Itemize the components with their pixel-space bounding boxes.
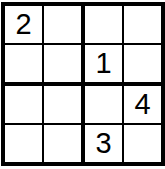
cell-r3c4[interactable]: 4 xyxy=(124,86,161,125)
cell-r1c3[interactable] xyxy=(85,6,124,45)
sudoku-board: 2 1 4 3 xyxy=(1,2,165,166)
cell-r2c4[interactable] xyxy=(124,45,161,86)
cell-r4c2[interactable] xyxy=(44,125,85,162)
cell-r4c3[interactable]: 3 xyxy=(85,125,124,162)
cell-r4c1[interactable] xyxy=(5,125,44,162)
cell-r1c4[interactable] xyxy=(124,6,161,45)
cell-r2c1[interactable] xyxy=(5,45,44,86)
cell-r1c2[interactable] xyxy=(44,6,85,45)
cell-r2c3[interactable]: 1 xyxy=(85,45,124,86)
sudoku-page: 2 1 4 3 xyxy=(0,0,165,169)
cell-r3c3[interactable] xyxy=(85,86,124,125)
cell-r4c4[interactable] xyxy=(124,125,161,162)
cell-r3c1[interactable] xyxy=(5,86,44,125)
cell-r2c2[interactable] xyxy=(44,45,85,86)
cell-r1c1[interactable]: 2 xyxy=(5,6,44,45)
cell-r3c2[interactable] xyxy=(44,86,85,125)
